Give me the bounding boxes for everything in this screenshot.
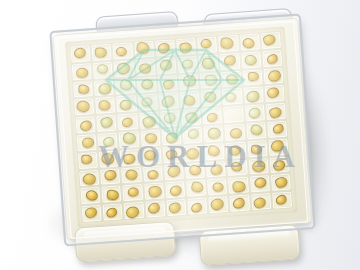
tray-cell xyxy=(207,178,227,195)
gem xyxy=(99,115,114,129)
tray-cell xyxy=(240,33,260,50)
tray-cell xyxy=(159,93,179,110)
tray-cell xyxy=(118,113,138,130)
gem xyxy=(245,89,260,103)
tray-cell xyxy=(123,184,143,201)
gem xyxy=(165,148,179,160)
gem xyxy=(168,201,183,215)
gem xyxy=(228,144,242,156)
gem xyxy=(182,94,196,107)
tray-cell xyxy=(221,70,241,87)
gem xyxy=(147,184,162,198)
tray-cell xyxy=(204,125,224,142)
tray-cell xyxy=(156,57,176,74)
gem xyxy=(207,144,221,157)
gem xyxy=(73,47,87,59)
gem xyxy=(221,37,235,49)
gem xyxy=(225,74,239,87)
gem xyxy=(183,75,197,87)
gem xyxy=(169,184,184,198)
tray-cell xyxy=(139,112,159,129)
tray-cell xyxy=(228,177,248,194)
tray-cell xyxy=(162,146,182,163)
gem xyxy=(159,58,174,72)
gem xyxy=(209,196,225,211)
gem xyxy=(269,139,285,154)
tray-cell xyxy=(242,69,262,86)
gem xyxy=(268,106,283,120)
gem xyxy=(82,173,96,185)
tray-cell xyxy=(182,127,202,144)
product-box xyxy=(47,0,316,264)
gem xyxy=(147,170,159,180)
tray-cell xyxy=(201,90,221,107)
gem xyxy=(231,161,244,172)
tray-cell xyxy=(144,183,164,200)
tray-cell xyxy=(248,158,268,175)
tray-cell xyxy=(166,199,186,216)
gem xyxy=(144,132,158,145)
gem xyxy=(190,181,204,194)
gem xyxy=(189,165,202,176)
gem xyxy=(206,111,220,123)
tray-cell xyxy=(245,104,265,121)
tray-cell xyxy=(143,165,163,182)
gem xyxy=(121,116,135,128)
tray-cell xyxy=(94,79,114,96)
gem xyxy=(209,164,223,176)
gem xyxy=(245,54,258,65)
tray-cell xyxy=(165,181,185,198)
base-latch-left xyxy=(74,221,176,263)
gem xyxy=(123,132,137,144)
tray-cell xyxy=(78,152,98,169)
gem xyxy=(106,190,119,201)
gem xyxy=(201,39,213,49)
gem xyxy=(81,136,95,148)
gem xyxy=(139,63,152,74)
tray-cell xyxy=(187,198,207,215)
gem xyxy=(78,119,93,133)
tray-cell xyxy=(247,140,267,157)
tray-cell xyxy=(113,42,133,59)
tray-cell xyxy=(95,97,115,114)
tray-cell xyxy=(246,122,266,139)
gem xyxy=(186,148,200,160)
tray-cell xyxy=(202,107,222,124)
gem xyxy=(78,84,90,94)
tray-cell xyxy=(97,115,117,132)
tray-cell xyxy=(134,41,154,58)
tray-cell xyxy=(185,162,205,179)
tray-cell xyxy=(141,147,161,164)
tray-cell xyxy=(200,72,220,89)
tray-cell xyxy=(197,36,217,53)
gem xyxy=(162,78,176,90)
gem xyxy=(83,206,98,220)
gem xyxy=(247,106,262,120)
tray-cell xyxy=(225,124,245,141)
gem xyxy=(105,206,119,218)
gem xyxy=(157,41,172,55)
tray-cell xyxy=(114,60,134,77)
gem xyxy=(98,100,111,111)
gem xyxy=(204,74,218,86)
tray-cell xyxy=(241,51,261,68)
tray-cell xyxy=(74,98,94,115)
gem xyxy=(160,94,176,109)
tray-cell xyxy=(205,143,225,160)
tray-cell xyxy=(181,109,201,126)
gem xyxy=(124,169,138,182)
tray-cell xyxy=(227,159,247,176)
gem xyxy=(266,68,282,83)
tray-cell xyxy=(261,32,281,49)
tray-cell xyxy=(82,205,102,222)
gem xyxy=(233,180,247,192)
tray-cell xyxy=(223,106,243,123)
tray-cell xyxy=(136,76,156,93)
tray-cell xyxy=(77,134,97,151)
gem xyxy=(81,155,93,165)
gem xyxy=(223,54,237,66)
tray-cell xyxy=(119,131,139,148)
gem xyxy=(119,100,132,111)
gem xyxy=(231,196,246,210)
tray-cell xyxy=(98,133,118,150)
gem xyxy=(262,33,277,47)
tray-cell xyxy=(226,141,246,158)
tray-cell xyxy=(138,94,158,111)
gem xyxy=(182,59,194,69)
tray-cell xyxy=(271,174,291,191)
tray-cell xyxy=(103,204,123,221)
gem xyxy=(212,182,224,192)
tray-cell xyxy=(206,161,226,178)
tray-cell xyxy=(243,87,263,104)
tray-cell xyxy=(164,164,184,181)
tray-grid xyxy=(69,31,293,223)
gem xyxy=(190,201,204,213)
gem xyxy=(163,111,178,125)
tray-cell xyxy=(135,59,155,76)
tray-cell xyxy=(267,121,287,138)
gem xyxy=(178,41,192,53)
gem xyxy=(140,96,153,107)
tray-cell xyxy=(264,85,284,102)
tray-cell xyxy=(179,73,199,90)
tray-cell xyxy=(177,56,197,73)
tray-cell xyxy=(92,44,112,61)
gem xyxy=(204,92,217,103)
gem xyxy=(250,123,264,136)
tray-cell xyxy=(160,110,180,127)
gem xyxy=(84,189,98,202)
gem xyxy=(266,86,281,100)
tray-cell xyxy=(222,88,242,105)
gem xyxy=(187,128,200,139)
gem xyxy=(274,176,289,190)
tray-cell xyxy=(116,96,136,113)
gem xyxy=(250,145,262,155)
gem xyxy=(165,131,180,145)
gem xyxy=(253,196,268,210)
tray-cell xyxy=(145,201,165,218)
gem xyxy=(96,63,109,74)
gem xyxy=(117,62,132,76)
tray-cell xyxy=(157,75,177,92)
photo-stage: WORLDIA xyxy=(0,0,360,270)
gem xyxy=(265,53,279,65)
gem xyxy=(208,128,222,140)
gem-tray xyxy=(65,27,297,228)
gem xyxy=(141,114,157,129)
gem xyxy=(128,187,140,197)
gem xyxy=(98,82,113,96)
gem xyxy=(94,47,107,58)
tray-cell xyxy=(186,180,206,197)
latch-highlight xyxy=(83,226,165,240)
gem xyxy=(116,47,128,57)
tray-cell xyxy=(101,186,121,203)
tray-cell xyxy=(99,150,119,167)
tray-cell xyxy=(220,53,240,70)
tray-cell xyxy=(72,63,92,80)
tray-cell xyxy=(155,39,175,56)
gem xyxy=(184,111,199,125)
gem xyxy=(225,92,237,102)
tray-cell xyxy=(100,168,120,185)
gem xyxy=(271,123,285,135)
tray-cell xyxy=(70,45,90,62)
tray-cell xyxy=(180,91,200,108)
tray-cell xyxy=(140,130,160,147)
gem xyxy=(147,201,162,215)
gem xyxy=(76,99,91,113)
tray-cell xyxy=(262,50,282,67)
gem xyxy=(247,72,259,82)
gem xyxy=(100,152,115,166)
latch-highlight xyxy=(208,230,290,244)
tray-cell xyxy=(93,61,113,78)
gem xyxy=(76,67,89,78)
tray-cell xyxy=(184,144,204,161)
gem xyxy=(201,57,216,71)
tray-cell xyxy=(176,38,196,55)
gem xyxy=(272,159,287,173)
tray-cell xyxy=(266,103,286,120)
gem xyxy=(166,164,182,179)
tray-cell xyxy=(75,116,95,133)
gem xyxy=(254,177,268,189)
tray-cell xyxy=(218,35,238,52)
gem xyxy=(141,79,154,90)
tray-cell xyxy=(199,54,219,71)
tray-cell xyxy=(120,149,140,166)
tray-cell xyxy=(115,78,135,95)
tray-cell xyxy=(230,195,250,212)
gem xyxy=(274,193,288,205)
tray-cell xyxy=(272,192,292,209)
gem xyxy=(119,79,133,92)
gem xyxy=(252,160,266,172)
gem xyxy=(242,37,256,50)
gem xyxy=(125,204,141,219)
tray-cell xyxy=(251,193,271,210)
tray-cell xyxy=(208,196,228,213)
tray-cell xyxy=(268,138,288,155)
tray-cell xyxy=(250,175,270,192)
gem xyxy=(144,149,157,160)
tray-cell xyxy=(80,187,100,204)
gem xyxy=(135,41,150,55)
gem xyxy=(122,152,136,164)
tray-cell xyxy=(161,128,181,145)
tray-cell xyxy=(121,167,141,184)
gem xyxy=(103,169,117,181)
tray-cell xyxy=(124,202,144,219)
tray-cell xyxy=(79,170,99,187)
tray-cell xyxy=(263,67,283,84)
gem xyxy=(229,128,242,139)
tray-cell xyxy=(269,156,289,173)
base-latch-right xyxy=(199,224,301,266)
gem xyxy=(103,137,115,147)
tray-cell xyxy=(73,81,93,98)
